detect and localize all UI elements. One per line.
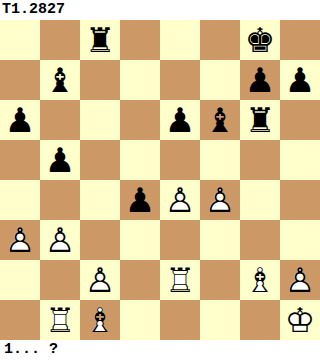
piece-black-bishop: ♝ [200,100,240,140]
piece-white-bishop: ♝♗ [240,260,280,300]
square-d7[interactable] [120,60,160,100]
piece-outline: ♙ [200,180,240,220]
square-d4[interactable]: ♟ [120,180,160,220]
piece-glyph: ♟ [280,60,320,100]
square-f8[interactable] [200,20,240,60]
piece-white-pawn: ♟♙ [160,180,200,220]
square-h3[interactable] [280,220,320,260]
square-f7[interactable] [200,60,240,100]
square-f3[interactable] [200,220,240,260]
square-h7[interactable]: ♟ [280,60,320,100]
square-b8[interactable] [40,20,80,60]
puzzle-id-title: T1.2827 [0,0,320,20]
piece-black-rook: ♜ [240,100,280,140]
square-e1[interactable] [160,300,200,340]
piece-outline: ♔ [280,300,320,340]
piece-glyph: ♟ [240,60,280,100]
square-g4[interactable] [240,180,280,220]
square-f5[interactable] [200,140,240,180]
piece-black-bishop: ♝ [40,60,80,100]
square-b5[interactable]: ♟ [40,140,80,180]
square-c4[interactable] [80,180,120,220]
piece-white-pawn: ♟♙ [40,220,80,260]
square-g6[interactable]: ♜ [240,100,280,140]
square-e7[interactable] [160,60,200,100]
piece-black-pawn: ♟ [120,180,160,220]
square-f2[interactable] [200,260,240,300]
piece-white-pawn: ♟♙ [0,220,40,260]
chess-puzzle-window: T1.2827 ♜♚♝♟♟♟♟♝♜♟♟♟♙♟♙♟♙♟♙♟♙♜♖♝♗♟♙♜♖♝♗♚… [0,0,320,360]
piece-glyph: ♟ [0,100,40,140]
square-e6[interactable]: ♟ [160,100,200,140]
square-a8[interactable] [0,20,40,60]
square-c2[interactable]: ♟♙ [80,260,120,300]
square-a7[interactable] [0,60,40,100]
square-a4[interactable] [0,180,40,220]
piece-glyph: ♜ [240,100,280,140]
piece-white-bishop: ♝♗ [80,300,120,340]
square-c1[interactable]: ♝♗ [80,300,120,340]
square-d5[interactable] [120,140,160,180]
piece-outline: ♙ [280,260,320,300]
piece-outline: ♗ [240,260,280,300]
piece-black-king: ♚ [240,20,280,60]
square-h6[interactable] [280,100,320,140]
piece-black-pawn: ♟ [40,140,80,180]
square-e8[interactable] [160,20,200,60]
piece-glyph: ♚ [240,20,280,60]
square-h1[interactable]: ♚♔ [280,300,320,340]
piece-glyph: ♟ [120,180,160,220]
chess-board: ♜♚♝♟♟♟♟♝♜♟♟♟♙♟♙♟♙♟♙♟♙♜♖♝♗♟♙♜♖♝♗♚♔ [0,20,320,340]
piece-outline: ♖ [160,260,200,300]
piece-glyph: ♟ [40,140,80,180]
piece-outline: ♙ [80,260,120,300]
square-d8[interactable] [120,20,160,60]
square-c7[interactable] [80,60,120,100]
square-b6[interactable] [40,100,80,140]
piece-glyph: ♜ [80,20,120,60]
piece-white-pawn: ♟♙ [200,180,240,220]
piece-glyph: ♟ [160,100,200,140]
piece-white-rook: ♜♖ [40,300,80,340]
square-e5[interactable] [160,140,200,180]
square-a1[interactable] [0,300,40,340]
square-g1[interactable] [240,300,280,340]
square-g7[interactable]: ♟ [240,60,280,100]
square-c6[interactable] [80,100,120,140]
square-c5[interactable] [80,140,120,180]
piece-black-pawn: ♟ [0,100,40,140]
square-e2[interactable]: ♜♖ [160,260,200,300]
piece-outline: ♗ [80,300,120,340]
square-b3[interactable]: ♟♙ [40,220,80,260]
piece-outline: ♖ [40,300,80,340]
piece-white-rook: ♜♖ [160,260,200,300]
piece-outline: ♙ [0,220,40,260]
square-a2[interactable] [0,260,40,300]
square-c3[interactable] [80,220,120,260]
piece-black-rook: ♜ [80,20,120,60]
square-a5[interactable] [0,140,40,180]
square-b7[interactable]: ♝ [40,60,80,100]
square-b1[interactable]: ♜♖ [40,300,80,340]
piece-outline: ♙ [160,180,200,220]
piece-white-pawn: ♟♙ [80,260,120,300]
square-d3[interactable] [120,220,160,260]
square-f4[interactable]: ♟♙ [200,180,240,220]
piece-outline: ♙ [40,220,80,260]
square-a6[interactable]: ♟ [0,100,40,140]
piece-white-king: ♚♔ [280,300,320,340]
square-h2[interactable]: ♟♙ [280,260,320,300]
square-e3[interactable] [160,220,200,260]
square-d2[interactable] [120,260,160,300]
square-h8[interactable] [280,20,320,60]
square-g8[interactable]: ♚ [240,20,280,60]
square-f6[interactable]: ♝ [200,100,240,140]
piece-glyph: ♝ [200,100,240,140]
square-b4[interactable] [40,180,80,220]
square-f1[interactable] [200,300,240,340]
square-g5[interactable] [240,140,280,180]
square-h5[interactable] [280,140,320,180]
square-c8[interactable]: ♜ [80,20,120,60]
piece-glyph: ♝ [40,60,80,100]
square-d6[interactable] [120,100,160,140]
square-b2[interactable] [40,260,80,300]
square-h4[interactable] [280,180,320,220]
square-g3[interactable] [240,220,280,260]
move-prompt: 1... ? [0,340,320,360]
square-e4[interactable]: ♟♙ [160,180,200,220]
square-d1[interactable] [120,300,160,340]
piece-white-pawn: ♟♙ [280,260,320,300]
piece-black-pawn: ♟ [240,60,280,100]
square-g2[interactable]: ♝♗ [240,260,280,300]
piece-black-pawn: ♟ [160,100,200,140]
piece-black-pawn: ♟ [280,60,320,100]
square-a3[interactable]: ♟♙ [0,220,40,260]
